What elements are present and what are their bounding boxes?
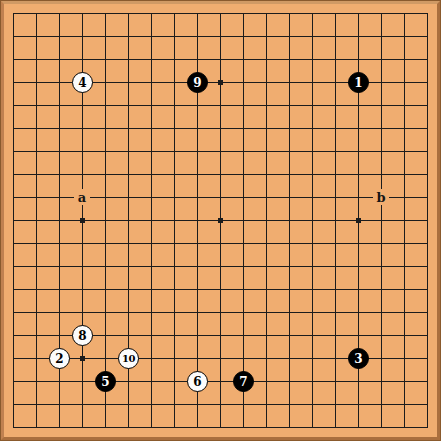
stone-black-9: 9 <box>187 72 208 93</box>
grid-line-horizontal <box>13 427 428 428</box>
go-board: ab 12345678910 <box>0 0 441 441</box>
star-point <box>80 218 85 223</box>
grid-line-horizontal <box>13 289 428 290</box>
stone-white-2: 2 <box>49 348 70 369</box>
grid-line-horizontal <box>13 404 428 405</box>
grid-line-vertical <box>381 13 382 428</box>
point-label-a: a <box>74 189 90 205</box>
grid-line-horizontal <box>13 312 428 313</box>
grid-line-horizontal <box>13 381 428 382</box>
stone-white-4: 4 <box>72 72 93 93</box>
grid-line-vertical <box>289 13 290 428</box>
star-point <box>218 218 223 223</box>
star-point <box>80 356 85 361</box>
stone-black-5: 5 <box>95 371 116 392</box>
stone-white-10: 10 <box>118 348 139 369</box>
point-label-b: b <box>373 189 389 205</box>
grid-line-vertical <box>312 13 313 428</box>
stone-black-3: 3 <box>348 348 369 369</box>
grid-line-horizontal <box>13 266 428 267</box>
grid-line-vertical <box>243 13 244 428</box>
grid-line-vertical <box>427 13 428 428</box>
grid-line-horizontal <box>13 243 428 244</box>
star-point <box>356 218 361 223</box>
stone-black-7: 7 <box>233 371 254 392</box>
star-point <box>218 80 223 85</box>
grid-line-vertical <box>335 13 336 428</box>
grid-line-vertical <box>404 13 405 428</box>
stone-white-6: 6 <box>187 371 208 392</box>
stone-black-1: 1 <box>348 72 369 93</box>
stone-white-8: 8 <box>72 325 93 346</box>
grid-line-vertical <box>266 13 267 428</box>
